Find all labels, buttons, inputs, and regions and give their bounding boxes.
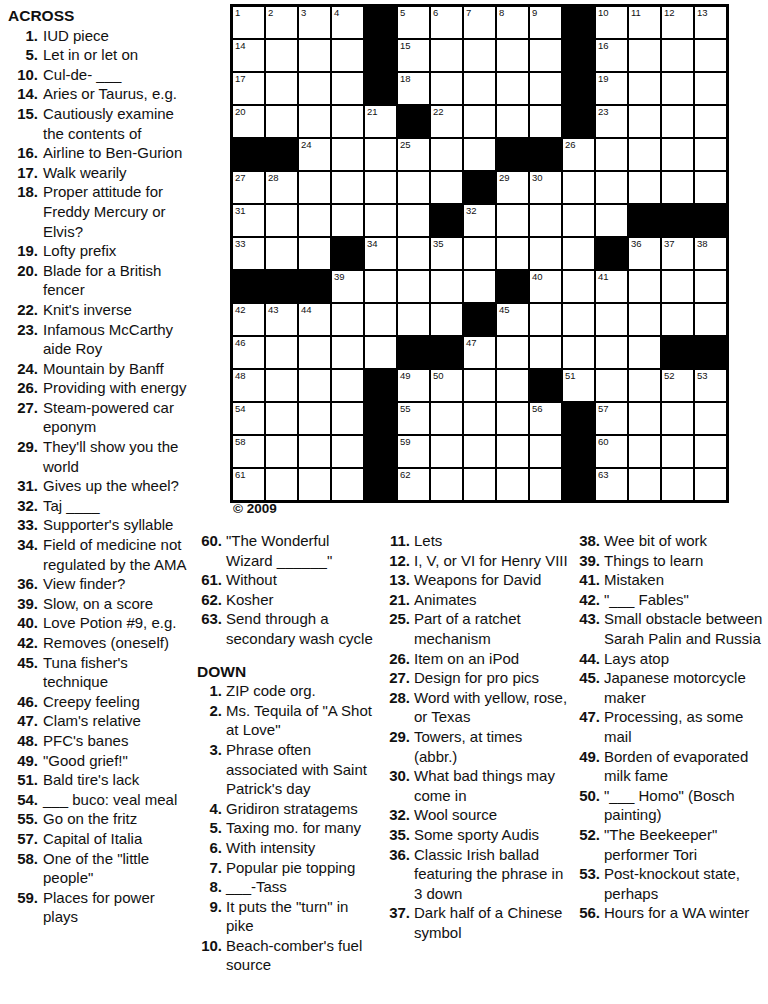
grid-cell[interactable] <box>364 336 397 369</box>
grid-cell[interactable]: 48 <box>232 369 265 402</box>
grid-cell[interactable] <box>430 270 463 303</box>
cell-number: 17 <box>235 73 246 84</box>
grid-cell[interactable]: 32 <box>463 204 496 237</box>
grid-cell[interactable]: 50 <box>430 369 463 402</box>
cell-number: 14 <box>235 40 246 51</box>
grid-cell[interactable] <box>331 435 364 468</box>
black-square <box>265 138 298 171</box>
clue-number: 51. <box>8 770 38 790</box>
cell-number: 51 <box>565 370 576 381</box>
grid-cell[interactable] <box>331 138 364 171</box>
clue-number: 45. <box>575 668 600 688</box>
clue-text: Item on an iPod <box>414 649 569 669</box>
clue-number: 58. <box>8 849 38 869</box>
grid-cell[interactable] <box>364 204 397 237</box>
clue-item: 45.Japanese motorcycle maker <box>575 668 765 707</box>
grid-cell[interactable] <box>628 303 661 336</box>
grid-cell[interactable]: 13 <box>694 6 727 39</box>
clue-number: 61. <box>197 570 222 590</box>
grid-cell[interactable] <box>331 303 364 336</box>
grid-cell[interactable] <box>463 138 496 171</box>
clue-item: 18.Proper attitude for Freddy Mercury or… <box>8 182 193 241</box>
cell-number: 46 <box>235 337 246 348</box>
grid-cell[interactable] <box>661 435 694 468</box>
grid-cell[interactable] <box>496 369 529 402</box>
grid-cell[interactable] <box>529 72 562 105</box>
grid-cell[interactable] <box>331 336 364 369</box>
cell-number: 43 <box>268 304 279 315</box>
clue-text: Animates <box>414 590 569 610</box>
grid-cell[interactable] <box>562 171 595 204</box>
clue-text: They'll show you the world <box>43 437 193 476</box>
clue-text: One of the "little people" <box>43 849 193 888</box>
grid-cell[interactable] <box>331 468 364 501</box>
grid-cell[interactable] <box>562 237 595 270</box>
grid-cell[interactable]: 36 <box>628 237 661 270</box>
grid-cell[interactable]: 7 <box>463 6 496 39</box>
grid-cell[interactable] <box>430 72 463 105</box>
grid-cell[interactable] <box>331 369 364 402</box>
clue-text: Phrase often associated with Saint Patri… <box>226 740 380 799</box>
grid-cell[interactable]: 38 <box>694 237 727 270</box>
clue-number: 43. <box>575 609 600 629</box>
across-clue-list-cont: 60."The Wonderful Wizard ______"61.Witho… <box>197 531 380 649</box>
grid-cell[interactable] <box>661 270 694 303</box>
clue-number: 19. <box>8 241 38 261</box>
clue-text: Steam-powered car eponym <box>43 398 193 437</box>
grid-cell[interactable] <box>595 336 628 369</box>
grid-cell[interactable]: 29 <box>496 171 529 204</box>
cell-number: 63 <box>598 469 609 480</box>
clue-item: 40.Love Potion #9, e.g. <box>8 613 193 633</box>
crossword-grid[interactable]: 1234567891011121314151617181920212223242… <box>230 4 729 503</box>
grid-cell[interactable] <box>496 402 529 435</box>
black-square <box>595 237 628 270</box>
grid-cell[interactable] <box>628 72 661 105</box>
black-square <box>661 336 694 369</box>
grid-cell[interactable] <box>298 72 331 105</box>
grid-cell[interactable] <box>397 204 430 237</box>
grid-cell[interactable] <box>298 336 331 369</box>
grid-cell[interactable]: 56 <box>529 402 562 435</box>
clue-text: Gives up the wheel? <box>43 476 193 496</box>
cell-number: 21 <box>367 106 378 117</box>
clue-item: 23.Infamous McCarthy aide Roy <box>8 320 193 359</box>
clue-item: 19.Lofty prefix <box>8 241 193 261</box>
grid-cell[interactable] <box>529 336 562 369</box>
grid-cell[interactable] <box>694 402 727 435</box>
grid-cell[interactable]: 28 <box>265 171 298 204</box>
grid-cell[interactable] <box>562 303 595 336</box>
clue-number: 52. <box>575 825 600 845</box>
grid-cell[interactable] <box>562 270 595 303</box>
cell-number: 59 <box>400 436 411 447</box>
clue-text: I, V, or VI for Henry VIII <box>414 551 569 571</box>
clue-number: 20. <box>8 261 38 281</box>
grid-cell[interactable]: 10 <box>595 6 628 39</box>
grid-cell[interactable] <box>628 105 661 138</box>
grid-cell[interactable] <box>694 39 727 72</box>
grid-cell[interactable]: 6 <box>430 6 463 39</box>
grid-cell[interactable]: 31 <box>232 204 265 237</box>
grid-cell[interactable]: 46 <box>232 336 265 369</box>
clue-number: 31. <box>8 476 38 496</box>
clue-text: Design for pro pics <box>414 668 569 688</box>
grid-cell[interactable] <box>331 204 364 237</box>
grid-cell[interactable] <box>430 303 463 336</box>
grid-cell[interactable] <box>595 303 628 336</box>
black-square <box>529 138 562 171</box>
grid-cell[interactable] <box>661 468 694 501</box>
cell-number: 11 <box>631 7 641 18</box>
grid-cell[interactable] <box>628 270 661 303</box>
clue-text: Aries or Taurus, e.g. <box>43 84 193 104</box>
grid-cell[interactable] <box>463 105 496 138</box>
cell-number: 44 <box>301 304 312 315</box>
black-square <box>562 72 595 105</box>
grid-cell[interactable] <box>694 105 727 138</box>
grid-cell[interactable]: 41 <box>595 270 628 303</box>
clue-text: Proper attitude for Freddy Mercury or El… <box>43 182 193 241</box>
grid-cell[interactable]: 12 <box>661 6 694 39</box>
clue-item: 58.One of the "little people" <box>8 849 193 888</box>
clue-text: Cul-de- ___ <box>43 65 193 85</box>
grid-cell[interactable] <box>397 303 430 336</box>
clue-number: 45. <box>8 653 38 673</box>
grid-cell[interactable] <box>463 72 496 105</box>
grid-cell[interactable] <box>496 39 529 72</box>
grid-cell[interactable] <box>364 171 397 204</box>
grid-cell[interactable]: 30 <box>529 171 562 204</box>
clue-text: With intensity <box>226 838 380 858</box>
clue-text: Send through a secondary wash cycle <box>226 609 380 648</box>
grid-cell[interactable] <box>265 402 298 435</box>
cell-number: 5 <box>400 7 405 18</box>
clue-item: 38.Wee bit of work <box>575 531 765 551</box>
clue-text: Ms. Tequila of "A Shot at Love" <box>226 701 380 740</box>
cell-number: 8 <box>499 7 504 18</box>
clue-number: 28. <box>385 688 410 708</box>
grid-cell[interactable] <box>529 303 562 336</box>
grid-cell[interactable] <box>529 39 562 72</box>
grid-cell[interactable]: 43 <box>265 303 298 336</box>
clue-text: Taxing mo. for many <box>226 818 380 838</box>
clue-number: 46. <box>8 692 38 712</box>
grid-cell[interactable] <box>562 336 595 369</box>
clue-item: 4.Gridiron stratagems <box>197 799 380 819</box>
clue-number: 9. <box>197 897 222 917</box>
grid-cell[interactable] <box>430 468 463 501</box>
clue-item: 1.ZIP code org. <box>197 681 380 701</box>
grid-cell[interactable]: 26 <box>562 138 595 171</box>
grid-cell[interactable] <box>331 171 364 204</box>
grid-cell[interactable] <box>298 402 331 435</box>
clue-number: 40. <box>8 613 38 633</box>
grid-cell[interactable] <box>496 435 529 468</box>
grid-cell[interactable] <box>298 369 331 402</box>
grid-cell[interactable] <box>463 468 496 501</box>
grid-cell[interactable]: 20 <box>232 105 265 138</box>
grid-cell[interactable] <box>298 237 331 270</box>
clue-number: 14. <box>8 84 38 104</box>
grid-cell[interactable]: 61 <box>232 468 265 501</box>
black-square <box>364 435 397 468</box>
grid-cell[interactable] <box>628 468 661 501</box>
grid-cell[interactable] <box>265 204 298 237</box>
grid-cell[interactable] <box>331 402 364 435</box>
cell-number: 41 <box>598 271 609 282</box>
grid-cell[interactable] <box>496 468 529 501</box>
grid-cell[interactable] <box>628 435 661 468</box>
grid-cell[interactable]: 19 <box>595 72 628 105</box>
clue-item: 47.Clam's relative <box>8 711 193 731</box>
clue-item: 29.Towers, at times (abbr.) <box>385 727 569 766</box>
grid-cell[interactable] <box>397 171 430 204</box>
grid-cell[interactable]: 33 <box>232 237 265 270</box>
grid-cell[interactable] <box>298 435 331 468</box>
black-square <box>562 435 595 468</box>
grid-cell[interactable] <box>628 402 661 435</box>
grid-cell[interactable] <box>331 72 364 105</box>
grid-cell[interactable] <box>463 435 496 468</box>
grid-cell[interactable]: 49 <box>397 369 430 402</box>
clue-number: 8. <box>197 877 222 897</box>
clue-number: 15. <box>8 104 38 124</box>
clue-item: 3.Phrase often associated with Saint Pat… <box>197 740 380 799</box>
grid-cell[interactable] <box>265 237 298 270</box>
grid-cell[interactable]: 16 <box>595 39 628 72</box>
grid-cell[interactable] <box>529 237 562 270</box>
grid-cell[interactable] <box>595 204 628 237</box>
black-square <box>397 105 430 138</box>
clue-number: 55. <box>8 809 38 829</box>
grid-cell[interactable] <box>595 138 628 171</box>
grid-cell[interactable]: 59 <box>397 435 430 468</box>
grid-cell[interactable]: 9 <box>529 6 562 39</box>
grid-cell[interactable]: 57 <box>595 402 628 435</box>
grid-cell[interactable] <box>661 72 694 105</box>
clue-item: 9.It puts the "turn" in pike <box>197 897 380 936</box>
grid-cell[interactable]: 63 <box>595 468 628 501</box>
grid-cell[interactable]: 47 <box>463 336 496 369</box>
grid-cell[interactable] <box>628 138 661 171</box>
grid-cell[interactable] <box>364 303 397 336</box>
grid-cell[interactable]: 60 <box>595 435 628 468</box>
grid-cell[interactable] <box>397 237 430 270</box>
clue-item: 33.Supporter's syllable <box>8 515 193 535</box>
cell-number: 35 <box>433 238 444 249</box>
grid-cell[interactable]: 23 <box>595 105 628 138</box>
grid-cell[interactable] <box>331 39 364 72</box>
grid-cell[interactable]: 15 <box>397 39 430 72</box>
clue-text: Creepy feeling <box>43 692 193 712</box>
grid-cell[interactable] <box>265 468 298 501</box>
grid-cell[interactable] <box>496 237 529 270</box>
clue-item: 12.I, V, or VI for Henry VIII <box>385 551 569 571</box>
grid-cell[interactable] <box>265 72 298 105</box>
grid-cell[interactable] <box>463 237 496 270</box>
grid-cell[interactable] <box>430 138 463 171</box>
clue-text: ___-Tass <box>226 877 380 897</box>
grid-cell[interactable] <box>463 402 496 435</box>
cell-number: 36 <box>631 238 642 249</box>
grid-cell[interactable] <box>595 369 628 402</box>
grid-cell[interactable] <box>661 402 694 435</box>
cell-number: 55 <box>400 403 411 414</box>
grid-cell[interactable] <box>694 303 727 336</box>
grid-cell[interactable] <box>661 39 694 72</box>
clue-text: Without <box>226 570 380 590</box>
grid-cell[interactable] <box>430 402 463 435</box>
grid-cell[interactable]: 2 <box>265 6 298 39</box>
grid-cell[interactable] <box>496 105 529 138</box>
grid-cell[interactable]: 40 <box>529 270 562 303</box>
grid-cell[interactable] <box>265 105 298 138</box>
clue-text: Bald tire's lack <box>43 770 193 790</box>
clue-text: Go on the fritz <box>43 809 193 829</box>
grid-cell[interactable] <box>397 270 430 303</box>
clue-text: Taj ____ <box>43 496 193 516</box>
grid-cell[interactable] <box>496 72 529 105</box>
grid-cell[interactable] <box>364 270 397 303</box>
clue-item: 6.With intensity <box>197 838 380 858</box>
grid-cell[interactable] <box>463 39 496 72</box>
grid-cell[interactable] <box>529 105 562 138</box>
clue-number: 29. <box>8 437 38 457</box>
grid-cell[interactable]: 3 <box>298 6 331 39</box>
grid-cell[interactable] <box>628 336 661 369</box>
grid-cell[interactable] <box>628 369 661 402</box>
cell-number: 45 <box>499 304 510 315</box>
grid-cell[interactable]: 45 <box>496 303 529 336</box>
down-header: DOWN <box>197 662 380 682</box>
grid-cell[interactable]: 34 <box>364 237 397 270</box>
grid-cell[interactable]: 39 <box>331 270 364 303</box>
grid-cell[interactable]: 53 <box>694 369 727 402</box>
grid-cell[interactable]: 11 <box>628 6 661 39</box>
cell-number: 4 <box>334 7 339 18</box>
grid-cell[interactable]: 58 <box>232 435 265 468</box>
grid-cell[interactable]: 52 <box>661 369 694 402</box>
grid-cell[interactable] <box>694 72 727 105</box>
clue-number: 24. <box>8 359 38 379</box>
clue-number: 34. <box>8 535 38 555</box>
grid-cell[interactable]: 37 <box>661 237 694 270</box>
clue-number: 6. <box>197 838 222 858</box>
grid-cell[interactable]: 5 <box>397 6 430 39</box>
grid-cell[interactable]: 54 <box>232 402 265 435</box>
grid-cell[interactable] <box>694 171 727 204</box>
grid-cell[interactable] <box>265 39 298 72</box>
grid-cell[interactable] <box>331 105 364 138</box>
cell-number: 48 <box>235 370 246 381</box>
grid-cell[interactable]: 1 <box>232 6 265 39</box>
clue-text: ZIP code org. <box>226 681 380 701</box>
grid-cell[interactable] <box>661 105 694 138</box>
clue-item: 34.Field of medicine not regulated by th… <box>8 535 193 574</box>
grid-cell[interactable] <box>496 336 529 369</box>
grid-cell[interactable] <box>562 204 595 237</box>
grid-cell[interactable]: 17 <box>232 72 265 105</box>
grid-cell[interactable] <box>694 270 727 303</box>
grid-cell[interactable] <box>463 270 496 303</box>
grid-cell[interactable]: 62 <box>397 468 430 501</box>
clue-item: 10.Beach-comber's fuel source <box>197 936 380 975</box>
grid-cell[interactable]: 14 <box>232 39 265 72</box>
clue-item: 28.Word with yellow, rose, or Texas <box>385 688 569 727</box>
grid-cell[interactable] <box>265 369 298 402</box>
black-square <box>364 39 397 72</box>
grid-cell[interactable]: 44 <box>298 303 331 336</box>
grid-cell[interactable] <box>529 435 562 468</box>
grid-cell[interactable]: 4 <box>331 6 364 39</box>
grid-cell[interactable] <box>430 39 463 72</box>
grid-cell[interactable] <box>628 39 661 72</box>
grid-cell[interactable] <box>496 204 529 237</box>
grid-cell[interactable]: 18 <box>397 72 430 105</box>
grid-cell[interactable] <box>298 468 331 501</box>
grid-cell[interactable] <box>529 468 562 501</box>
grid-cell[interactable] <box>661 303 694 336</box>
clue-text: "Good grief!" <box>43 751 193 771</box>
clue-number: 41. <box>575 570 600 590</box>
clue-number: 39. <box>575 551 600 571</box>
grid-cell[interactable] <box>364 138 397 171</box>
grid-cell[interactable] <box>298 204 331 237</box>
grid-cell[interactable]: 35 <box>430 237 463 270</box>
grid-cell[interactable]: 22 <box>430 105 463 138</box>
grid-cell[interactable] <box>661 171 694 204</box>
clue-text: Things to learn <box>604 551 765 571</box>
cell-number: 50 <box>433 370 444 381</box>
grid-cell[interactable]: 25 <box>397 138 430 171</box>
cell-number: 30 <box>532 172 543 183</box>
clue-item: 7.Popular pie topping <box>197 858 380 878</box>
grid-cell[interactable] <box>628 171 661 204</box>
grid-cell[interactable] <box>430 435 463 468</box>
clue-text: Dark half of a Chinese symbol <box>414 903 569 942</box>
grid-cell[interactable] <box>298 171 331 204</box>
cell-number: 42 <box>235 304 246 315</box>
grid-cell[interactable]: 55 <box>397 402 430 435</box>
grid-cell[interactable] <box>265 435 298 468</box>
clue-number: 23. <box>8 320 38 340</box>
grid-cell[interactable] <box>661 138 694 171</box>
grid-cell[interactable]: 24 <box>298 138 331 171</box>
grid-cell[interactable]: 27 <box>232 171 265 204</box>
grid-cell[interactable]: 51 <box>562 369 595 402</box>
grid-cell[interactable] <box>298 105 331 138</box>
cell-number: 20 <box>235 106 246 117</box>
grid-cell[interactable]: 21 <box>364 105 397 138</box>
grid-cell[interactable]: 8 <box>496 6 529 39</box>
clue-column-b: 11.Lets12.I, V, or VI for Henry VIII13.W… <box>385 531 569 942</box>
grid-cell[interactable] <box>694 468 727 501</box>
clue-text: Clam's relative <box>43 711 193 731</box>
clue-number: 48. <box>8 731 38 751</box>
grid-cell[interactable] <box>529 204 562 237</box>
grid-cell[interactable] <box>265 336 298 369</box>
grid-cell[interactable] <box>430 171 463 204</box>
clue-number: 1. <box>197 681 222 701</box>
clue-number: 36. <box>8 574 38 594</box>
grid-cell[interactable] <box>463 369 496 402</box>
grid-cell[interactable] <box>694 435 727 468</box>
grid-cell[interactable] <box>298 39 331 72</box>
grid-cell[interactable]: 42 <box>232 303 265 336</box>
grid-cell[interactable] <box>694 138 727 171</box>
grid-cell[interactable] <box>595 171 628 204</box>
